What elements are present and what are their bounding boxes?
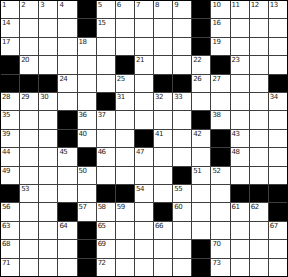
letter-cell-r8c13[interactable]: 43 — [231, 130, 249, 147]
block-cell-r9c12 — [211, 148, 229, 165]
block-cell-r1c11 — [192, 1, 210, 18]
letter-cell-r1c6[interactable]: 5 — [97, 1, 115, 18]
letter-cell-r4c4[interactable] — [58, 56, 76, 73]
letter-cell-r2c1[interactable]: 14 — [1, 19, 19, 36]
letter-cell-r15c14[interactable] — [250, 259, 268, 276]
clue-number-37: 37 — [98, 111, 106, 119]
block-cell-r7c11 — [192, 111, 210, 128]
letter-cell-r1c12[interactable]: 10 — [211, 1, 229, 18]
clue-number-68: 68 — [2, 240, 10, 248]
letter-cell-r3c1[interactable]: 17 — [1, 38, 19, 55]
clue-number-42: 42 — [193, 130, 201, 138]
letter-cell-r13c13[interactable] — [231, 222, 249, 239]
letter-cell-r4c5[interactable] — [78, 56, 96, 73]
letter-cell-r13c12[interactable] — [211, 222, 229, 239]
clue-number-62: 62 — [251, 203, 259, 211]
clue-number-35: 35 — [2, 111, 10, 119]
letter-cell-r6c10[interactable]: 33 — [173, 93, 191, 110]
letter-cell-r15c3[interactable] — [39, 259, 57, 276]
clue-number-64: 64 — [59, 222, 67, 230]
letter-cell-r2c9[interactable] — [154, 19, 172, 36]
letter-cell-r14c3[interactable] — [39, 240, 57, 257]
letter-cell-r13c14[interactable] — [250, 222, 268, 239]
clue-number-43: 43 — [232, 130, 240, 138]
letter-cell-r8c14[interactable] — [250, 130, 268, 147]
letter-cell-r15c1[interactable]: 71 — [1, 259, 19, 276]
letter-cell-r10c6[interactable] — [97, 167, 115, 184]
letter-cell-r1c8[interactable]: 7 — [135, 1, 153, 18]
letter-cell-r1c4[interactable]: 4 — [58, 1, 76, 18]
letter-cell-r7c9[interactable] — [154, 111, 172, 128]
letter-cell-r13c7[interactable] — [116, 222, 134, 239]
clue-number-34: 34 — [270, 93, 278, 101]
letter-cell-r6c8[interactable] — [135, 93, 153, 110]
letter-cell-r2c4[interactable] — [58, 19, 76, 36]
letter-cell-r1c15[interactable]: 13 — [269, 1, 287, 18]
letter-cell-r10c2[interactable] — [20, 167, 38, 184]
clue-number-14: 14 — [2, 19, 10, 27]
letter-cell-r14c13[interactable] — [231, 240, 249, 257]
letter-cell-r10c7[interactable] — [116, 167, 134, 184]
clue-number-7: 7 — [136, 1, 140, 9]
letter-cell-r15c4[interactable] — [58, 259, 76, 276]
letter-cell-r13c4[interactable]: 64 — [58, 222, 76, 239]
letter-cell-r6c1[interactable]: 28 — [1, 93, 19, 110]
letter-cell-r14c2[interactable] — [20, 240, 38, 257]
letter-cell-r7c13[interactable] — [231, 111, 249, 128]
clue-number-24: 24 — [59, 75, 67, 83]
letter-cell-r10c9[interactable] — [154, 167, 172, 184]
letter-cell-r11c8[interactable]: 54 — [135, 185, 153, 202]
letter-cell-r12c7[interactable]: 59 — [116, 203, 134, 220]
letter-cell-r4c6[interactable] — [97, 56, 115, 73]
clue-number-50: 50 — [79, 167, 87, 175]
letter-cell-r9c4[interactable]: 45 — [58, 148, 76, 165]
letter-cell-r2c14[interactable] — [250, 19, 268, 36]
letter-cell-r14c15[interactable] — [269, 240, 287, 257]
letter-cell-r9c10[interactable] — [173, 148, 191, 165]
block-cell-r12c9 — [154, 203, 172, 220]
clue-number-3: 3 — [40, 1, 44, 9]
block-cell-r13c5 — [78, 222, 96, 239]
block-cell-r3c11 — [192, 38, 210, 55]
letter-cell-r14c7[interactable] — [116, 240, 134, 257]
clue-number-5: 5 — [98, 1, 102, 9]
letter-cell-r15c12[interactable]: 73 — [211, 259, 229, 276]
letter-cell-r14c12[interactable]: 70 — [211, 240, 229, 257]
clue-number-47: 47 — [136, 148, 144, 156]
letter-cell-r4c15[interactable] — [269, 56, 287, 73]
block-cell-r6c6 — [97, 93, 115, 110]
clue-number-4: 4 — [59, 1, 63, 9]
letter-cell-r13c8[interactable] — [135, 222, 153, 239]
letter-cell-r2c10[interactable] — [173, 19, 191, 36]
letter-cell-r2c6[interactable]: 15 — [97, 19, 115, 36]
clue-number-21: 21 — [136, 56, 144, 64]
clue-number-70: 70 — [212, 240, 220, 248]
block-cell-r1c5 — [78, 1, 96, 18]
clue-number-20: 20 — [21, 56, 29, 64]
letter-cell-r15c8[interactable] — [135, 259, 153, 276]
letter-cell-r12c2[interactable] — [20, 203, 38, 220]
letter-cell-r8c1[interactable]: 39 — [1, 130, 19, 147]
block-cell-r9c5 — [78, 148, 96, 165]
letter-cell-r11c12[interactable] — [211, 185, 229, 202]
letter-cell-r15c13[interactable] — [231, 259, 249, 276]
clue-number-32: 32 — [155, 93, 163, 101]
letter-cell-r1c14[interactable]: 12 — [250, 1, 268, 18]
block-cell-r4c12 — [211, 56, 229, 73]
letter-cell-r6c5[interactable] — [78, 93, 96, 110]
block-cell-r11c13 — [231, 185, 249, 202]
letter-cell-r3c13[interactable] — [231, 38, 249, 55]
letter-cell-r5c4[interactable]: 24 — [58, 75, 76, 92]
block-cell-r4c1 — [1, 56, 19, 73]
letter-cell-r13c9[interactable]: 66 — [154, 222, 172, 239]
letter-cell-r1c10[interactable]: 9 — [173, 1, 191, 18]
clue-number-69: 69 — [98, 240, 106, 248]
letter-cell-r6c2[interactable]: 29 — [20, 93, 38, 110]
block-cell-r11c1 — [1, 185, 19, 202]
letter-cell-r11c4[interactable] — [58, 185, 76, 202]
letter-cell-r14c1[interactable]: 68 — [1, 240, 19, 257]
letter-cell-r11c5[interactable] — [78, 185, 96, 202]
letter-cell-r5c5[interactable] — [78, 75, 96, 92]
block-cell-r11c14 — [250, 185, 268, 202]
block-cell-r8c8 — [135, 130, 153, 147]
clue-number-9: 9 — [174, 1, 178, 9]
clue-number-10: 10 — [212, 1, 220, 9]
letter-cell-r1c3[interactable]: 3 — [39, 1, 57, 18]
letter-cell-r7c14[interactable] — [250, 111, 268, 128]
letter-cell-r13c11[interactable] — [192, 222, 210, 239]
clue-number-25: 25 — [117, 75, 125, 83]
clue-number-55: 55 — [174, 185, 182, 193]
letter-cell-r6c12[interactable] — [211, 93, 229, 110]
letter-cell-r13c6[interactable]: 65 — [97, 222, 115, 239]
letter-cell-r4c11[interactable]: 22 — [192, 56, 210, 73]
clue-number-22: 22 — [193, 56, 201, 64]
block-cell-r2c5 — [78, 19, 96, 36]
letter-cell-r8c3[interactable] — [39, 130, 57, 147]
letter-cell-r5c8[interactable] — [135, 75, 153, 92]
block-cell-r5c9 — [154, 75, 172, 92]
clue-number-36: 36 — [79, 111, 87, 119]
clue-number-49: 49 — [2, 167, 10, 175]
letter-cell-r8c6[interactable] — [97, 130, 115, 147]
letter-cell-r1c1[interactable]: 1 — [1, 1, 19, 18]
letter-cell-r10c15[interactable] — [269, 167, 287, 184]
letter-cell-r6c14[interactable] — [250, 93, 268, 110]
block-cell-r11c7 — [116, 185, 134, 202]
letter-cell-r6c11[interactable] — [192, 93, 210, 110]
letter-cell-r11c10[interactable]: 55 — [173, 185, 191, 202]
letter-cell-r4c10[interactable] — [173, 56, 191, 73]
letter-cell-r14c9[interactable] — [154, 240, 172, 257]
crossword-grid: 1234567891011121314151617181920212223242… — [0, 0, 288, 277]
letter-cell-r8c11[interactable]: 42 — [192, 130, 210, 147]
letter-cell-r10c3[interactable] — [39, 167, 57, 184]
letter-cell-r14c8[interactable] — [135, 240, 153, 257]
letter-cell-r12c11[interactable] — [192, 203, 210, 220]
letter-cell-r12c8[interactable] — [135, 203, 153, 220]
letter-cell-r5c6[interactable] — [97, 75, 115, 92]
clue-number-31: 31 — [117, 93, 125, 101]
block-cell-r11c15 — [269, 185, 287, 202]
letter-cell-r6c9[interactable]: 32 — [154, 93, 172, 110]
clue-number-26: 26 — [193, 75, 201, 83]
clue-number-59: 59 — [117, 203, 125, 211]
clue-number-72: 72 — [98, 259, 106, 267]
letter-cell-r3c5[interactable]: 18 — [78, 38, 96, 55]
block-cell-r5c2 — [20, 75, 38, 92]
block-cell-r12c4 — [58, 203, 76, 220]
clue-number-41: 41 — [155, 130, 163, 138]
letter-cell-r12c6[interactable]: 58 — [97, 203, 115, 220]
clue-number-12: 12 — [251, 1, 259, 9]
letter-cell-r2c3[interactable] — [39, 19, 57, 36]
clue-number-18: 18 — [79, 38, 87, 46]
letter-cell-r9c2[interactable] — [20, 148, 38, 165]
letter-cell-r3c10[interactable] — [173, 38, 191, 55]
letter-cell-r3c9[interactable] — [154, 38, 172, 55]
letter-cell-r3c7[interactable] — [116, 38, 134, 55]
letter-cell-r6c3[interactable]: 30 — [39, 93, 57, 110]
letter-cell-r15c15[interactable] — [269, 259, 287, 276]
letter-cell-r13c15[interactable]: 67 — [269, 222, 287, 239]
letter-cell-r7c10[interactable] — [173, 111, 191, 128]
letter-cell-r4c13[interactable]: 23 — [231, 56, 249, 73]
block-cell-r14c5 — [78, 240, 96, 257]
letter-cell-r7c12[interactable]: 38 — [211, 111, 229, 128]
clue-number-60: 60 — [174, 203, 182, 211]
letter-cell-r13c2[interactable] — [20, 222, 38, 239]
letter-cell-r7c15[interactable] — [269, 111, 287, 128]
clue-number-19: 19 — [212, 38, 220, 46]
letter-cell-r12c13[interactable]: 61 — [231, 203, 249, 220]
block-cell-r15c11 — [192, 259, 210, 276]
clue-number-23: 23 — [232, 56, 240, 64]
letter-cell-r7c5[interactable]: 36 — [78, 111, 96, 128]
letter-cell-r12c10[interactable]: 60 — [173, 203, 191, 220]
letter-cell-r12c12[interactable] — [211, 203, 229, 220]
clue-number-15: 15 — [98, 19, 106, 27]
letter-cell-r1c7[interactable]: 6 — [116, 1, 134, 18]
letter-cell-r4c14[interactable] — [250, 56, 268, 73]
letter-cell-r2c15[interactable] — [269, 19, 287, 36]
letter-cell-r13c10[interactable] — [173, 222, 191, 239]
letter-cell-r14c10[interactable] — [173, 240, 191, 257]
clue-number-61: 61 — [232, 203, 240, 211]
clue-number-56: 56 — [2, 203, 10, 211]
letter-cell-r3c8[interactable] — [135, 38, 153, 55]
letter-cell-r5c7[interactable]: 25 — [116, 75, 134, 92]
letter-cell-r10c1[interactable]: 49 — [1, 167, 19, 184]
letter-cell-r10c5[interactable]: 50 — [78, 167, 96, 184]
letter-cell-r8c15[interactable] — [269, 130, 287, 147]
block-cell-r5c10 — [173, 75, 191, 92]
letter-cell-r13c1[interactable]: 63 — [1, 222, 19, 239]
letter-cell-r7c8[interactable] — [135, 111, 153, 128]
letter-cell-r12c1[interactable]: 56 — [1, 203, 19, 220]
letter-cell-r10c4[interactable] — [58, 167, 76, 184]
letter-cell-r2c8[interactable] — [135, 19, 153, 36]
letter-cell-r1c9[interactable]: 8 — [154, 1, 172, 18]
letter-cell-r15c7[interactable] — [116, 259, 134, 276]
letter-cell-r11c3[interactable] — [39, 185, 57, 202]
letter-cell-r5c13[interactable] — [231, 75, 249, 92]
letter-cell-r3c4[interactable] — [58, 38, 76, 55]
letter-cell-r10c12[interactable]: 52 — [211, 167, 229, 184]
letter-cell-r1c2[interactable]: 2 — [20, 1, 38, 18]
letter-cell-r14c14[interactable] — [250, 240, 268, 257]
letter-cell-r7c3[interactable] — [39, 111, 57, 128]
letter-cell-r8c7[interactable] — [116, 130, 134, 147]
clue-number-53: 53 — [21, 185, 29, 193]
letter-cell-r11c2[interactable]: 53 — [20, 185, 38, 202]
clue-number-11: 11 — [232, 1, 240, 9]
letter-cell-r9c3[interactable] — [39, 148, 57, 165]
letter-cell-r4c9[interactable] — [154, 56, 172, 73]
clue-number-38: 38 — [212, 111, 220, 119]
letter-cell-r15c10[interactable] — [173, 259, 191, 276]
clue-number-17: 17 — [2, 38, 10, 46]
letter-cell-r12c3[interactable] — [39, 203, 57, 220]
letter-cell-r4c2[interactable]: 20 — [20, 56, 38, 73]
letter-cell-r10c13[interactable] — [231, 167, 249, 184]
block-cell-r5c1 — [1, 75, 19, 92]
block-cell-r8c12 — [211, 130, 229, 147]
clue-number-2: 2 — [21, 1, 25, 9]
clue-number-66: 66 — [155, 222, 163, 230]
letter-cell-r8c2[interactable] — [20, 130, 38, 147]
block-cell-r2c11 — [192, 19, 210, 36]
clue-number-13: 13 — [270, 1, 278, 9]
letter-cell-r5c14[interactable] — [250, 75, 268, 92]
letter-cell-r9c9[interactable] — [154, 148, 172, 165]
letter-cell-r4c8[interactable]: 21 — [135, 56, 153, 73]
letter-cell-r12c5[interactable]: 57 — [78, 203, 96, 220]
letter-cell-r8c5[interactable]: 40 — [78, 130, 96, 147]
clue-number-65: 65 — [98, 222, 106, 230]
letter-cell-r10c8[interactable] — [135, 167, 153, 184]
letter-cell-r9c15[interactable] — [269, 148, 287, 165]
clue-number-48: 48 — [232, 148, 240, 156]
letter-cell-r7c1[interactable]: 35 — [1, 111, 19, 128]
letter-cell-r9c11[interactable] — [192, 148, 210, 165]
clue-number-52: 52 — [212, 167, 220, 175]
letter-cell-r6c13[interactable] — [231, 93, 249, 110]
clue-number-46: 46 — [98, 148, 106, 156]
clue-number-16: 16 — [212, 19, 220, 27]
clue-number-1: 1 — [2, 1, 6, 9]
letter-cell-r10c14[interactable] — [250, 167, 268, 184]
letter-cell-r2c12[interactable]: 16 — [211, 19, 229, 36]
block-cell-r15c5 — [78, 259, 96, 276]
block-cell-r14c11 — [192, 240, 210, 257]
letter-cell-r15c6[interactable]: 72 — [97, 259, 115, 276]
block-cell-r12c15 — [269, 203, 287, 220]
letter-cell-r9c7[interactable] — [116, 148, 134, 165]
clue-number-27: 27 — [212, 75, 220, 83]
letter-cell-r3c15[interactable] — [269, 38, 287, 55]
letter-cell-r11c11[interactable] — [192, 185, 210, 202]
clue-number-57: 57 — [79, 203, 87, 211]
letter-cell-r2c2[interactable] — [20, 19, 38, 36]
letter-cell-r8c9[interactable]: 41 — [154, 130, 172, 147]
letter-cell-r3c2[interactable] — [20, 38, 38, 55]
letter-cell-r7c7[interactable] — [116, 111, 134, 128]
clue-number-30: 30 — [40, 93, 48, 101]
letter-cell-r15c2[interactable] — [20, 259, 38, 276]
letter-cell-r3c6[interactable] — [97, 38, 115, 55]
block-cell-r5c3 — [39, 75, 57, 92]
clue-number-40: 40 — [79, 130, 87, 138]
clue-number-39: 39 — [2, 130, 10, 138]
clue-number-6: 6 — [117, 1, 121, 9]
clue-number-51: 51 — [193, 167, 201, 175]
letter-cell-r14c4[interactable] — [58, 240, 76, 257]
clue-number-45: 45 — [59, 148, 67, 156]
letter-cell-r3c3[interactable] — [39, 38, 57, 55]
letter-cell-r15c9[interactable] — [154, 259, 172, 276]
clue-number-28: 28 — [2, 93, 10, 101]
clue-number-33: 33 — [174, 93, 182, 101]
letter-cell-r2c13[interactable] — [231, 19, 249, 36]
letter-cell-r7c6[interactable]: 37 — [97, 111, 115, 128]
letter-cell-r6c4[interactable] — [58, 93, 76, 110]
clue-number-71: 71 — [2, 259, 10, 267]
clue-number-73: 73 — [212, 259, 220, 267]
block-cell-r5c15 — [269, 75, 287, 92]
clue-number-29: 29 — [21, 93, 29, 101]
letter-cell-r9c6[interactable]: 46 — [97, 148, 115, 165]
letter-cell-r2c7[interactable] — [116, 19, 134, 36]
letter-cell-r6c7[interactable]: 31 — [116, 93, 134, 110]
block-cell-r4c7 — [116, 56, 134, 73]
letter-cell-r9c1[interactable]: 44 — [1, 148, 19, 165]
letter-cell-r5c12[interactable]: 27 — [211, 75, 229, 92]
letter-cell-r4c3[interactable] — [39, 56, 57, 73]
clue-number-54: 54 — [136, 185, 144, 193]
letter-cell-r8c10[interactable] — [173, 130, 191, 147]
letter-cell-r9c8[interactable]: 47 — [135, 148, 153, 165]
block-cell-r8c4 — [58, 130, 76, 147]
letter-cell-r9c13[interactable]: 48 — [231, 148, 249, 165]
clue-number-67: 67 — [270, 222, 278, 230]
clue-number-44: 44 — [2, 148, 10, 156]
letter-cell-r13c3[interactable] — [39, 222, 57, 239]
letter-cell-r6c15[interactable]: 34 — [269, 93, 287, 110]
letter-cell-r12c14[interactable]: 62 — [250, 203, 268, 220]
letter-cell-r11c9[interactable] — [154, 185, 172, 202]
clue-number-63: 63 — [2, 222, 10, 230]
letter-cell-r5c11[interactable]: 26 — [192, 75, 210, 92]
letter-cell-r3c14[interactable] — [250, 38, 268, 55]
letter-cell-r1c13[interactable]: 11 — [231, 1, 249, 18]
block-cell-r11c6 — [97, 185, 115, 202]
block-cell-r10c10 — [173, 167, 191, 184]
letter-cell-r10c11[interactable]: 51 — [192, 167, 210, 184]
letter-cell-r3c12[interactable]: 19 — [211, 38, 229, 55]
block-cell-r7c4 — [58, 111, 76, 128]
clue-number-8: 8 — [155, 1, 159, 9]
letter-cell-r9c14[interactable] — [250, 148, 268, 165]
letter-cell-r14c6[interactable]: 69 — [97, 240, 115, 257]
clue-number-58: 58 — [98, 203, 106, 211]
letter-cell-r7c2[interactable] — [20, 111, 38, 128]
